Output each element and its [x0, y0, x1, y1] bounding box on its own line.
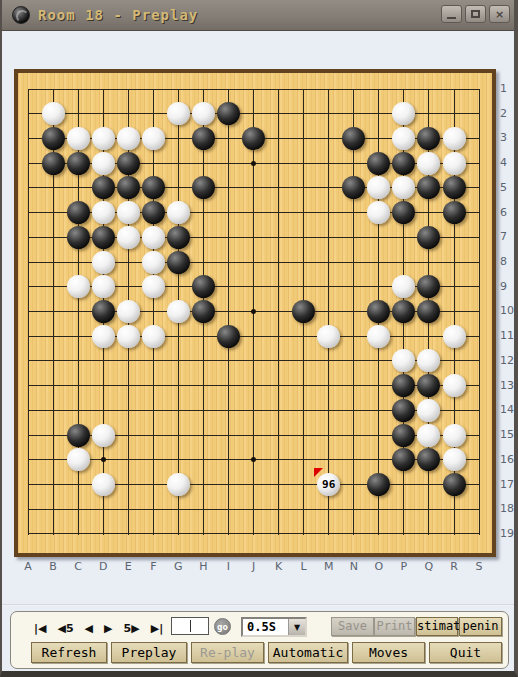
column-label: S [472, 560, 486, 573]
stone-black [142, 176, 165, 199]
stone-black [292, 300, 315, 323]
stone-white [443, 374, 466, 397]
grid-line [353, 89, 354, 535]
stone-black [417, 176, 440, 199]
re-play-button[interactable]: Re-play [191, 642, 264, 663]
stimat-button[interactable]: stimat [416, 617, 458, 636]
speed-select[interactable]: 0.5S ▼ [241, 617, 307, 637]
stone-white [443, 424, 466, 447]
penin-button[interactable]: penin [459, 617, 502, 636]
row-label: 9 [500, 280, 516, 293]
grid-line [28, 89, 480, 90]
grid-line [328, 89, 329, 535]
row-label: 3 [500, 131, 516, 144]
stone-white [142, 127, 165, 150]
row-label: 16 [500, 453, 516, 466]
close-icon: × [495, 8, 504, 21]
stone-white [192, 102, 215, 125]
grid-line [28, 89, 29, 535]
nav-button-back[interactable]: ◀ [84, 620, 94, 638]
stone-white [92, 201, 115, 224]
toolbar: |◀◀5◀▶5▶▶| go 0.5S ▼ SavePrintstimatpeni… [10, 611, 509, 669]
stone-white [443, 127, 466, 150]
automatic-button[interactable]: Automatic [268, 642, 348, 663]
stone-black [67, 152, 90, 175]
row-label: 1 [500, 82, 516, 95]
nav-button-first[interactable]: |◀ [33, 620, 47, 638]
stone-black [192, 176, 215, 199]
title-bar[interactable]: Room 18 - Preplay × [2, 0, 514, 31]
column-label: E [121, 560, 135, 573]
window-title: Room 18 - Preplay [38, 7, 198, 23]
stone-white [92, 473, 115, 496]
column-label: G [171, 560, 185, 573]
stone-black [92, 226, 115, 249]
stone-black [392, 374, 415, 397]
speed-value: 0.5S [243, 619, 288, 635]
maximize-button[interactable] [465, 5, 486, 23]
stone-black [367, 300, 390, 323]
stone-black [443, 473, 466, 496]
stone-black [417, 226, 440, 249]
stone-white [67, 275, 90, 298]
stone-white [417, 349, 440, 372]
stone-black [367, 152, 390, 175]
stone-white [443, 448, 466, 471]
app-window: Room 18 - Preplay × 96 ABCDEFGHIJKLMNOPQ… [0, 0, 518, 677]
stone-white [392, 275, 415, 298]
stone-black [443, 201, 466, 224]
stone-white [392, 127, 415, 150]
star-point [251, 457, 256, 462]
column-label: M [322, 560, 336, 573]
stone-white [367, 201, 390, 224]
stone-white [367, 325, 390, 348]
stone-black [42, 127, 65, 150]
stone-white [142, 325, 165, 348]
stone-black [167, 226, 190, 249]
last-move-stone: 96 [317, 473, 340, 496]
go-button[interactable]: go [214, 618, 231, 635]
stone-white [392, 102, 415, 125]
minimize-button[interactable] [441, 5, 462, 23]
stone-white [167, 201, 190, 224]
stone-black [367, 473, 390, 496]
stone-white [142, 275, 165, 298]
stone-black [417, 300, 440, 323]
move-number-input[interactable] [171, 617, 209, 635]
row-label: 13 [500, 379, 516, 392]
stone-white [92, 127, 115, 150]
stone-white [417, 399, 440, 422]
stone-black [92, 176, 115, 199]
grid-line [278, 89, 279, 535]
stone-black [392, 152, 415, 175]
stone-black [392, 448, 415, 471]
star-point [251, 161, 256, 166]
stone-white [142, 226, 165, 249]
stone-black [342, 127, 365, 150]
column-label: Q [422, 560, 436, 573]
chevron-down-icon[interactable]: ▼ [288, 619, 305, 635]
stone-white [117, 325, 140, 348]
stone-white [92, 325, 115, 348]
navigation-buttons: |◀◀5◀▶5▶▶| [33, 618, 164, 640]
nav-button-last[interactable]: ▶| [150, 620, 164, 638]
stone-black [417, 127, 440, 150]
stone-white [167, 473, 190, 496]
stone-white [117, 300, 140, 323]
stone-white [392, 176, 415, 199]
stone-black [67, 424, 90, 447]
column-label: L [297, 560, 311, 573]
stone-black [192, 275, 215, 298]
nav-button-back5[interactable]: ◀5 [56, 620, 74, 638]
stone-white [317, 325, 340, 348]
column-label: I [221, 560, 235, 573]
stone-black [117, 152, 140, 175]
row-label: 7 [500, 230, 516, 243]
stone-black [142, 201, 165, 224]
stone-white [67, 448, 90, 471]
row-label: 19 [500, 527, 516, 540]
column-label: J [247, 560, 261, 573]
column-label: B [46, 560, 60, 573]
row-label: 4 [500, 156, 516, 169]
stone-white [42, 102, 65, 125]
go-board[interactable]: 96 [14, 69, 496, 557]
column-label: C [71, 560, 85, 573]
stone-black [217, 102, 240, 125]
column-label: P [397, 560, 411, 573]
close-button[interactable]: × [489, 5, 510, 23]
nav-button-forward[interactable]: ▶ [103, 620, 113, 638]
stone-black [217, 325, 240, 348]
grid-line [28, 533, 480, 534]
print-button[interactable]: Print [374, 617, 415, 636]
stone-white [443, 152, 466, 175]
row-label: 6 [500, 206, 516, 219]
stone-white [167, 300, 190, 323]
stone-black [117, 176, 140, 199]
row-label: 12 [500, 354, 516, 367]
divider [2, 604, 514, 606]
stone-white [392, 349, 415, 372]
column-label: A [21, 560, 35, 573]
row-label: 8 [500, 255, 516, 268]
stone-black [167, 251, 190, 274]
row-label: 15 [500, 428, 516, 441]
stone-black [192, 300, 215, 323]
column-label: K [272, 560, 286, 573]
grid-line [28, 509, 480, 510]
column-label: N [347, 560, 361, 573]
stone-black [92, 300, 115, 323]
column-label: F [146, 560, 160, 573]
row-label: 17 [500, 478, 516, 491]
maximize-icon [471, 10, 480, 18]
column-label: R [447, 560, 461, 573]
stone-white [117, 127, 140, 150]
row-label: 5 [500, 181, 516, 194]
stone-white [417, 152, 440, 175]
row-label: 18 [500, 502, 516, 515]
stone-black [443, 176, 466, 199]
stone-black [342, 176, 365, 199]
stone-black [392, 300, 415, 323]
stone-black [392, 399, 415, 422]
stone-white [92, 251, 115, 274]
row-label: 2 [500, 107, 516, 120]
stone-black [42, 152, 65, 175]
column-label: O [372, 560, 386, 573]
stone-white [443, 325, 466, 348]
refresh-button[interactable]: Refresh [31, 642, 107, 663]
stone-black [417, 448, 440, 471]
stone-white [167, 102, 190, 125]
stone-black [392, 424, 415, 447]
row-label: 14 [500, 403, 516, 416]
stone-black [242, 127, 265, 150]
grid-line [479, 89, 480, 535]
stone-white [417, 424, 440, 447]
app-icon [12, 6, 30, 24]
column-label: H [196, 560, 210, 573]
minimize-icon [447, 17, 456, 19]
stone-white [92, 275, 115, 298]
stone-black [67, 201, 90, 224]
star-point [101, 457, 106, 462]
text-caret [190, 620, 191, 632]
stone-white [92, 424, 115, 447]
stone-white [117, 226, 140, 249]
stone-black [417, 275, 440, 298]
nav-button-forward5[interactable]: 5▶ [123, 620, 141, 638]
column-label: D [96, 560, 110, 573]
stone-black [67, 226, 90, 249]
save-button[interactable]: Save [331, 617, 374, 636]
quit-button[interactable]: Quit [429, 642, 502, 663]
stone-white [92, 152, 115, 175]
row-label: 10 [500, 304, 516, 317]
grid-line [228, 89, 229, 535]
grid-line [153, 89, 154, 535]
stone-white [67, 127, 90, 150]
preplay-button[interactable]: Preplay [111, 642, 187, 663]
stone-white [142, 251, 165, 274]
stone-black [392, 201, 415, 224]
stone-white [367, 176, 390, 199]
row-label: 11 [500, 329, 516, 342]
move-number: 96 [322, 478, 335, 491]
stone-white [117, 201, 140, 224]
stone-black [417, 374, 440, 397]
star-point [251, 309, 256, 314]
stone-black [192, 127, 215, 150]
moves-button[interactable]: Moves [352, 642, 425, 663]
